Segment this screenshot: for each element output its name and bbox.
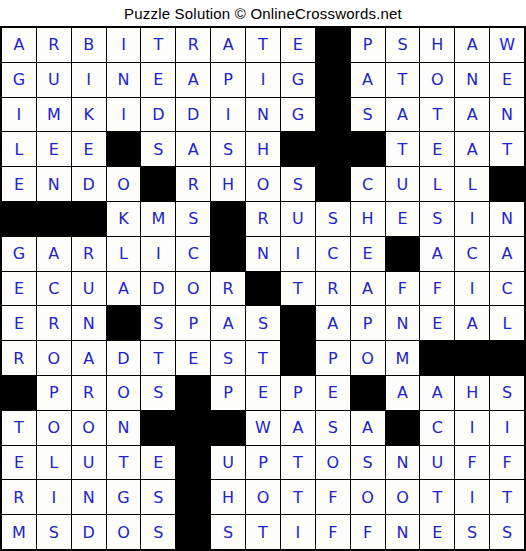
grid-cell: F (316, 480, 350, 514)
black-cell (351, 376, 385, 410)
grid-cell: I (281, 515, 315, 549)
black-cell (316, 132, 350, 166)
grid-cell: P (246, 446, 280, 480)
grid-cell: A (176, 63, 210, 97)
grid-cell: O (386, 480, 420, 514)
grid-cell: T (420, 480, 454, 514)
grid-cell: N (386, 306, 420, 340)
grid-cell: O (246, 480, 280, 514)
grid-cell: R (246, 202, 280, 236)
grid-cell: A (490, 237, 524, 271)
grid-cell: I (455, 202, 489, 236)
grid-cell: C (316, 237, 350, 271)
grid-cell: C (37, 272, 71, 306)
grid-cell: S (420, 202, 454, 236)
grid-cell: N (490, 202, 524, 236)
grid-cell: S (211, 515, 245, 549)
grid-cell: A (316, 306, 350, 340)
grid-cell: T (490, 132, 524, 166)
grid-cell: E (246, 376, 280, 410)
grid-cell: L (37, 446, 71, 480)
black-cell (420, 341, 454, 375)
grid-cell: M (2, 515, 36, 549)
grid-cell: E (72, 132, 106, 166)
grid-cell: I (37, 480, 71, 514)
black-cell (281, 306, 315, 340)
grid-cell: A (351, 272, 385, 306)
black-cell (316, 167, 350, 201)
grid-cell: N (455, 63, 489, 97)
grid-cell: G (107, 480, 141, 514)
grid-cell: A (37, 237, 71, 271)
grid-cell: R (176, 167, 210, 201)
grid-cell: N (72, 480, 106, 514)
grid-cell: N (107, 411, 141, 445)
black-cell (176, 515, 210, 549)
grid-cell: E (420, 515, 454, 549)
grid-cell: A (72, 341, 106, 375)
grid-cell: E (37, 132, 71, 166)
grid-cell: R (176, 28, 210, 62)
black-cell (281, 341, 315, 375)
grid-cell: A (351, 63, 385, 97)
grid-cell: K (72, 98, 106, 132)
grid-cell: L (490, 306, 524, 340)
grid-cell: D (72, 167, 106, 201)
grid-cell: I (281, 237, 315, 271)
grid-cell: U (420, 446, 454, 480)
grid-cell: F (351, 515, 385, 549)
grid-cell: W (490, 28, 524, 62)
grid-cell: T (107, 446, 141, 480)
black-cell (176, 376, 210, 410)
grid-cell: A (420, 376, 454, 410)
grid-cell: H (211, 167, 245, 201)
grid-cell: O (107, 167, 141, 201)
grid-cell: I (107, 28, 141, 62)
black-cell (176, 411, 210, 445)
black-cell (141, 167, 175, 201)
grid-cell: R (211, 272, 245, 306)
grid-cell: I (72, 63, 106, 97)
grid-cell: A (420, 237, 454, 271)
grid-cell: E (386, 202, 420, 236)
grid-cell: T (420, 98, 454, 132)
black-cell (211, 237, 245, 271)
grid-cell: T (246, 515, 280, 549)
grid-cell: T (281, 480, 315, 514)
grid-cell: T (386, 63, 420, 97)
grid-cell: M (37, 98, 71, 132)
grid-cell: E (141, 63, 175, 97)
grid-cell: S (281, 167, 315, 201)
grid-cell: O (37, 411, 71, 445)
grid-cell: S (176, 202, 210, 236)
grid-cell: A (455, 306, 489, 340)
grid-cell: E (141, 446, 175, 480)
crossword-grid: ARBITRATEPSHAWGUINEAPIGATONEIMKIDDINGSAT… (0, 26, 526, 551)
black-cell (316, 98, 350, 132)
grid-cell: G (2, 237, 36, 271)
grid-cell: P (176, 306, 210, 340)
grid-cell: U (72, 446, 106, 480)
grid-cell: N (37, 167, 71, 201)
grid-cell: U (281, 202, 315, 236)
grid-cell: C (351, 167, 385, 201)
black-cell (316, 63, 350, 97)
grid-cell: E (316, 376, 350, 410)
grid-cell: I (2, 98, 36, 132)
grid-cell: S (141, 515, 175, 549)
grid-cell: U (386, 167, 420, 201)
grid-cell: O (351, 341, 385, 375)
black-cell (455, 341, 489, 375)
grid-cell: A (281, 411, 315, 445)
grid-cell: W (246, 411, 280, 445)
grid-cell: U (72, 272, 106, 306)
grid-cell: T (281, 272, 315, 306)
black-cell (281, 132, 315, 166)
grid-cell: H (420, 28, 454, 62)
grid-cell: N (246, 237, 280, 271)
grid-cell: E (490, 63, 524, 97)
grid-cell: I (455, 411, 489, 445)
grid-cell: R (37, 28, 71, 62)
grid-cell: S (455, 515, 489, 549)
grid-cell: A (386, 376, 420, 410)
grid-cell: D (176, 98, 210, 132)
grid-cell: A (455, 98, 489, 132)
grid-cell: L (107, 237, 141, 271)
grid-cell: S (37, 515, 71, 549)
grid-cell: E (176, 341, 210, 375)
grid-cell: O (176, 272, 210, 306)
grid-cell: D (107, 341, 141, 375)
grid-cell: S (316, 411, 350, 445)
grid-cell: P (211, 63, 245, 97)
grid-cell: P (351, 28, 385, 62)
grid-cell: R (2, 341, 36, 375)
black-cell (351, 132, 385, 166)
grid-cell: K (107, 202, 141, 236)
grid-cell: S (141, 306, 175, 340)
grid-cell: A (2, 28, 36, 62)
grid-cell: T (281, 446, 315, 480)
grid-cell: D (141, 98, 175, 132)
grid-cell: D (141, 272, 175, 306)
grid-cell: O (107, 515, 141, 549)
grid-cell: C (420, 411, 454, 445)
grid-cell: F (316, 515, 350, 549)
grid-cell: P (316, 341, 350, 375)
grid-cell: N (386, 446, 420, 480)
grid-cell: S (141, 480, 175, 514)
grid-cell: F (455, 446, 489, 480)
grid-cell: B (72, 28, 106, 62)
grid-cell: O (246, 167, 280, 201)
grid-cell: I (211, 98, 245, 132)
grid-cell: S (211, 132, 245, 166)
black-cell (72, 202, 106, 236)
grid-cell: G (2, 63, 36, 97)
grid-cell: A (386, 98, 420, 132)
grid-cell: S (211, 341, 245, 375)
black-cell (211, 202, 245, 236)
grid-cell: R (316, 272, 350, 306)
grid-cell: N (246, 98, 280, 132)
black-cell (386, 411, 420, 445)
page-title: Puzzle Solution © OnlineCrosswords.net (0, 0, 526, 26)
grid-cell: H (246, 132, 280, 166)
grid-cell: R (2, 480, 36, 514)
black-cell (2, 202, 36, 236)
grid-cell: P (37, 376, 71, 410)
grid-cell: M (141, 202, 175, 236)
grid-cell: I (490, 411, 524, 445)
black-cell (490, 167, 524, 201)
grid-cell: A (351, 411, 385, 445)
grid-cell: T (2, 411, 36, 445)
grid-cell: U (37, 63, 71, 97)
grid-cell: S (316, 202, 350, 236)
grid-cell: N (107, 63, 141, 97)
grid-cell: I (455, 480, 489, 514)
black-cell (246, 272, 280, 306)
grid-cell: E (2, 167, 36, 201)
grid-cell: E (2, 446, 36, 480)
grid-cell: I (455, 272, 489, 306)
black-cell (2, 376, 36, 410)
grid-cell: H (455, 376, 489, 410)
grid-cell: N (386, 515, 420, 549)
grid-cell: N (490, 98, 524, 132)
grid-cell: G (281, 98, 315, 132)
grid-cell: O (420, 63, 454, 97)
grid-cell: D (72, 515, 106, 549)
black-cell (176, 480, 210, 514)
grid-cell: F (420, 272, 454, 306)
grid-cell: O (37, 341, 71, 375)
grid-cell: E (2, 306, 36, 340)
grid-cell: L (455, 167, 489, 201)
grid-cell: O (107, 376, 141, 410)
grid-cell: S (351, 98, 385, 132)
grid-cell: U (211, 446, 245, 480)
grid-cell: C (176, 237, 210, 271)
grid-cell: T (141, 28, 175, 62)
grid-cell: N (72, 306, 106, 340)
grid-cell: L (2, 132, 36, 166)
grid-cell: E (420, 132, 454, 166)
grid-cell: O (316, 446, 350, 480)
grid-cell: T (141, 341, 175, 375)
grid-cell: C (455, 237, 489, 271)
grid-cell: A (211, 28, 245, 62)
grid-cell: L (420, 167, 454, 201)
grid-cell: E (2, 272, 36, 306)
puzzle-solution-page: Puzzle Solution © OnlineCrosswords.net A… (0, 0, 526, 551)
grid-cell: T (490, 480, 524, 514)
black-cell (490, 341, 524, 375)
black-cell (141, 411, 175, 445)
grid-cell: I (141, 237, 175, 271)
grid-cell: S (351, 446, 385, 480)
black-cell (37, 202, 71, 236)
grid-cell: A (455, 28, 489, 62)
grid-cell: T (386, 132, 420, 166)
grid-cell: T (246, 28, 280, 62)
grid-cell: P (351, 306, 385, 340)
black-cell (316, 28, 350, 62)
grid-cell: P (211, 376, 245, 410)
grid-cell: S (246, 306, 280, 340)
grid-cell: A (176, 132, 210, 166)
grid-cell: A (107, 272, 141, 306)
grid-cell: I (246, 63, 280, 97)
grid-cell: O (72, 411, 106, 445)
grid-cell: R (72, 237, 106, 271)
grid-cell: S (141, 132, 175, 166)
grid-cell: O (351, 480, 385, 514)
grid-cell: R (72, 376, 106, 410)
grid-cell: T (246, 341, 280, 375)
grid-cell: A (211, 306, 245, 340)
black-cell (107, 306, 141, 340)
black-cell (107, 132, 141, 166)
grid-cell: E (420, 306, 454, 340)
grid-cell: G (281, 63, 315, 97)
grid-cell: E (351, 237, 385, 271)
grid-cell: H (351, 202, 385, 236)
black-cell (211, 411, 245, 445)
grid-cell: C (490, 272, 524, 306)
black-cell (176, 446, 210, 480)
grid-cell: R (37, 306, 71, 340)
grid-cell: I (107, 98, 141, 132)
grid-cell: S (490, 376, 524, 410)
grid-cell: M (386, 341, 420, 375)
black-cell (386, 237, 420, 271)
grid-cell: E (281, 28, 315, 62)
grid-cell: A (455, 132, 489, 166)
grid-cell: S (490, 515, 524, 549)
grid-cell: S (141, 376, 175, 410)
grid-cell: F (386, 272, 420, 306)
grid-cell: P (281, 376, 315, 410)
grid-cell: H (211, 480, 245, 514)
grid-cell: S (386, 28, 420, 62)
grid-cell: F (490, 446, 524, 480)
